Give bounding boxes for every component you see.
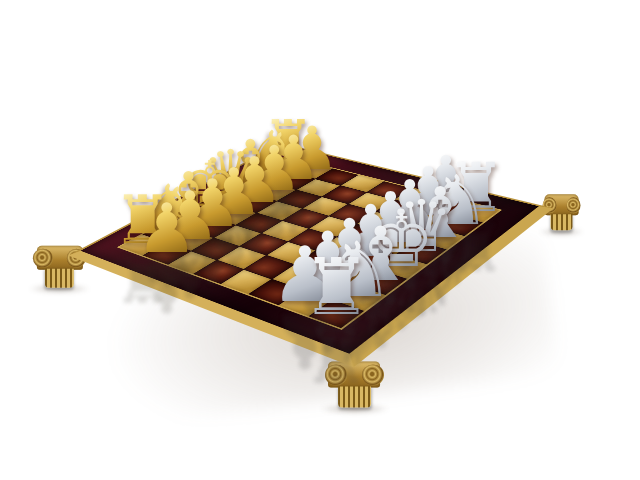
foot-shadow bbox=[319, 403, 390, 414]
corner-marker-right bbox=[551, 208, 554, 209]
ionic-fluting bbox=[45, 268, 74, 288]
foot-shadow bbox=[28, 284, 91, 294]
ionic-fluting bbox=[551, 214, 572, 231]
ionic-volutes bbox=[545, 195, 579, 215]
ionic-column-foot-icon bbox=[545, 195, 579, 231]
corner-marker-left bbox=[68, 255, 71, 256]
foot-shadow bbox=[538, 227, 584, 236]
product-photo-scene: ♜♜♟♟♟♟♜♜♞♞♟♟♟♟♞♞♝♝♟♟♟♟♝♝♛♛♟♟♟♟♛♛♚♚♟♟♟♟♚♚… bbox=[0, 0, 640, 480]
